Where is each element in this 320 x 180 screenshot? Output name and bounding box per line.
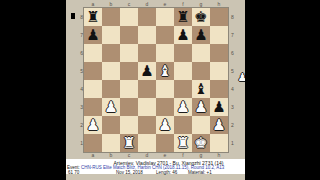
piece-white-P-h2[interactable]: ♟ xyxy=(210,116,228,134)
square-d2[interactable] xyxy=(138,116,156,134)
coord-label-g: g xyxy=(192,152,210,158)
square-e8[interactable] xyxy=(156,8,174,26)
piece-white-B-e5[interactable]: ♝ xyxy=(156,62,174,80)
coord-label-3: 3 xyxy=(231,98,237,116)
coord-label-5: 5 xyxy=(77,62,83,80)
piece-black-R-f8[interactable]: ♜ xyxy=(174,8,192,26)
piece-white-R-f1[interactable]: ♜ xyxy=(174,134,192,152)
caption-panel: Artemiev, Vladislav 2701 - Bu, Xiangzhi … xyxy=(66,159,245,174)
square-b6[interactable] xyxy=(102,44,120,62)
piece-white-P-g3[interactable]: ♟ xyxy=(192,98,210,116)
coord-label-c: c xyxy=(120,1,138,7)
square-a5[interactable] xyxy=(84,62,102,80)
square-c2[interactable] xyxy=(120,116,138,134)
coord-label-f: f xyxy=(174,1,192,7)
piece-black-P-h3[interactable]: ♟ xyxy=(210,98,228,116)
square-d1[interactable] xyxy=(138,134,156,152)
black-to-move-indicator xyxy=(71,13,75,19)
coord-label-c: c xyxy=(120,152,138,158)
info-line: 61 70 Nov 15, 2018 Length: 46 Material: … xyxy=(66,170,245,175)
coord-label-8: 8 xyxy=(231,8,237,26)
square-e2[interactable]: ♟ xyxy=(156,116,174,134)
coord-label-7: 7 xyxy=(231,26,237,44)
piece-white-P-b3[interactable]: ♟ xyxy=(102,98,120,116)
square-c7[interactable] xyxy=(120,26,138,44)
piece-black-K-g8[interactable]: ♚ xyxy=(192,8,210,26)
coord-label-6: 6 xyxy=(77,44,83,62)
square-f5[interactable] xyxy=(174,62,192,80)
letterbox-left xyxy=(0,0,66,180)
square-g5[interactable] xyxy=(192,62,210,80)
square-c3[interactable] xyxy=(120,98,138,116)
square-f2[interactable] xyxy=(174,116,192,134)
square-a3[interactable] xyxy=(84,98,102,116)
square-f7[interactable]: ♟ xyxy=(174,26,192,44)
piece-white-R-c1[interactable]: ♜ xyxy=(120,134,138,152)
coord-label-e: e xyxy=(156,1,174,7)
game-date: Nov 15, 2018 xyxy=(116,170,143,175)
square-d5[interactable]: ♟ xyxy=(138,62,156,80)
square-c1[interactable]: ♜ xyxy=(120,134,138,152)
game-length: Length: 46 xyxy=(156,170,177,175)
square-h8[interactable] xyxy=(210,8,228,26)
piece-black-P-g7[interactable]: ♟ xyxy=(192,26,210,44)
square-e5[interactable]: ♝ xyxy=(156,62,174,80)
square-h6[interactable] xyxy=(210,44,228,62)
piece-white-P-a2[interactable]: ♟ xyxy=(84,116,102,134)
square-h3[interactable]: ♟ xyxy=(210,98,228,116)
coord-label-f: f xyxy=(174,152,192,158)
square-e7[interactable] xyxy=(156,26,174,44)
coord-label-6: 6 xyxy=(231,44,237,62)
square-f6[interactable] xyxy=(174,44,192,62)
square-f8[interactable]: ♜ xyxy=(174,8,192,26)
coord-label-4: 4 xyxy=(77,80,83,98)
square-e6[interactable] xyxy=(156,44,174,62)
square-a2[interactable]: ♟ xyxy=(84,116,102,134)
coord-label-a: a xyxy=(84,1,102,7)
board: ♜♜♚♟♟♟♟♝♝♟♟♟♟♟♟♟♜♜♚ xyxy=(84,8,228,152)
square-g2[interactable] xyxy=(192,116,210,134)
piece-white-K-g1[interactable]: ♚ xyxy=(192,134,210,152)
square-f3[interactable]: ♟ xyxy=(174,98,192,116)
coord-label-2: 2 xyxy=(231,116,237,134)
coord-label-h: h xyxy=(210,152,228,158)
square-g1[interactable]: ♚ xyxy=(192,134,210,152)
square-b2[interactable] xyxy=(102,116,120,134)
piece-black-R-a8[interactable]: ♜ xyxy=(84,8,102,26)
square-h5[interactable] xyxy=(210,62,228,80)
coord-label-8: 8 xyxy=(77,8,83,26)
piece-white-P-f3[interactable]: ♟ xyxy=(174,98,192,116)
square-e4[interactable] xyxy=(156,80,174,98)
square-a7[interactable]: ♟ xyxy=(84,26,102,44)
square-f4[interactable] xyxy=(174,80,192,98)
square-c6[interactable] xyxy=(120,44,138,62)
square-e1[interactable] xyxy=(156,134,174,152)
coord-label-b: b xyxy=(102,152,120,158)
coord-label-d: d xyxy=(138,152,156,158)
square-c4[interactable] xyxy=(120,80,138,98)
coord-label-3: 3 xyxy=(77,98,83,116)
coord-label-g: g xyxy=(192,1,210,7)
material-label: Material: +1 xyxy=(188,170,212,175)
square-d4[interactable] xyxy=(138,80,156,98)
coord-label-h: h xyxy=(210,1,228,7)
square-g4[interactable]: ♝ xyxy=(192,80,210,98)
coord-label-b: b xyxy=(102,1,120,7)
square-g7[interactable]: ♟ xyxy=(192,26,210,44)
chess-viewer: abcdefgh abcdefgh 87654321 87654321 ♜♜♚♟… xyxy=(66,0,245,180)
square-d7[interactable] xyxy=(138,26,156,44)
square-a1[interactable] xyxy=(84,134,102,152)
square-g8[interactable]: ♚ xyxy=(192,8,210,26)
square-a6[interactable] xyxy=(84,44,102,62)
coord-label-1: 1 xyxy=(231,134,237,152)
square-b4[interactable] xyxy=(102,80,120,98)
square-h7[interactable] xyxy=(210,26,228,44)
letterbox-right xyxy=(245,0,320,180)
square-e3[interactable] xyxy=(156,98,174,116)
coord-label-a: a xyxy=(84,152,102,158)
square-d6[interactable] xyxy=(138,44,156,62)
square-h2[interactable]: ♟ xyxy=(210,116,228,134)
square-f1[interactable]: ♜ xyxy=(174,134,192,152)
piece-black-B-g4[interactable]: ♝ xyxy=(192,80,210,98)
piece-white-P-e2[interactable]: ♟ xyxy=(156,116,174,134)
square-h1[interactable] xyxy=(210,134,228,152)
rank-labels-left: 87654321 xyxy=(77,8,83,152)
square-h4[interactable] xyxy=(210,80,228,98)
file-labels-top: abcdefgh xyxy=(84,1,228,7)
square-a8[interactable]: ♜ xyxy=(84,8,102,26)
coord-label-2: 2 xyxy=(77,116,83,134)
piece-black-P-f7[interactable]: ♟ xyxy=(174,26,192,44)
coord-label-7: 7 xyxy=(77,26,83,44)
square-b3[interactable]: ♟ xyxy=(102,98,120,116)
piece-black-P-a7[interactable]: ♟ xyxy=(84,26,102,44)
square-d3[interactable] xyxy=(138,98,156,116)
coord-label-d: d xyxy=(138,1,156,7)
coord-label-1: 1 xyxy=(77,134,83,152)
square-d8[interactable] xyxy=(138,8,156,26)
square-b5[interactable] xyxy=(102,62,120,80)
square-b8[interactable] xyxy=(102,8,120,26)
square-c5[interactable] xyxy=(120,62,138,80)
video-frame: abcdefgh abcdefgh 87654321 87654321 ♜♜♚♟… xyxy=(0,0,320,180)
square-b7[interactable] xyxy=(102,26,120,44)
piece-black-P-d5[interactable]: ♟ xyxy=(138,62,156,80)
square-b1[interactable] xyxy=(102,134,120,152)
square-c8[interactable] xyxy=(120,8,138,26)
square-g3[interactable]: ♟ xyxy=(192,98,210,116)
square-a4[interactable] xyxy=(84,80,102,98)
coord-label-e: e xyxy=(156,152,174,158)
square-g6[interactable] xyxy=(192,44,210,62)
file-labels-bottom: abcdefgh xyxy=(84,152,228,158)
info-left: 61 70 xyxy=(68,170,79,175)
